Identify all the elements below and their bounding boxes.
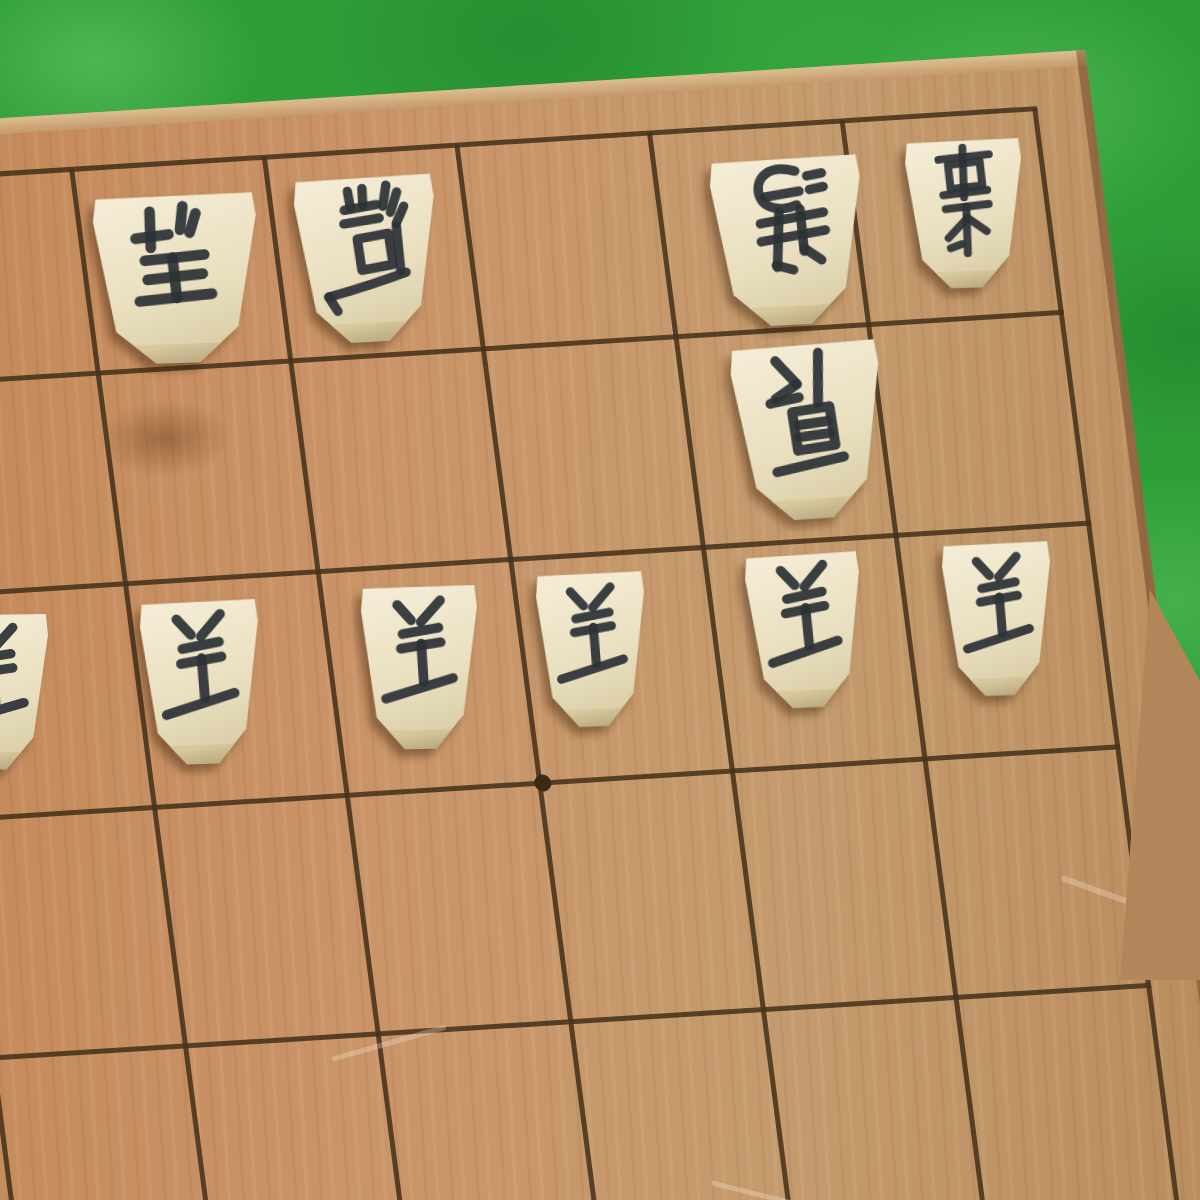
piece-body [744,551,866,715]
piece-pawn[interactable] [535,571,648,733]
piece-body [729,339,889,529]
kanji-pawn-icon [544,575,639,704]
piece-pawn[interactable] [0,614,48,774]
piece-pawn[interactable] [941,541,1054,702]
kanji-pawn-icon [753,555,855,686]
piece-bishop[interactable] [729,339,889,529]
piece-gold-general[interactable] [293,173,442,350]
piece-body [361,585,480,755]
kanji-pawn-icon [950,545,1045,674]
piece-lance[interactable] [904,138,1025,294]
kanji-pawn-icon [370,589,470,725]
piece-body [293,173,442,350]
piece-pawn[interactable] [361,585,480,755]
kanji-gold-icon [304,177,429,319]
grid-line-h [0,106,1038,208]
kanji-bishop-icon [741,343,875,495]
piece-body [92,192,261,371]
piece-body [139,599,263,771]
hoshi-star-point [533,774,552,792]
piece-body [904,138,1025,294]
piece-body [0,614,48,774]
shogi-photo-scene [0,0,1200,1200]
piece-pawn[interactable] [744,551,866,715]
kanji-knight-icon [721,158,854,302]
scuff-mark [711,1180,811,1200]
piece-body [709,154,868,334]
kanji-pawn-icon [149,603,253,741]
piece-pawn[interactable] [139,599,263,771]
kanji-lance-icon [914,141,1016,266]
kanji-king-icon [105,196,247,339]
piece-body [535,571,648,733]
kanji-pawn-icon [0,617,39,745]
piece-body [941,541,1054,702]
piece-knight[interactable] [709,154,868,334]
piece-king[interactable] [92,192,261,371]
